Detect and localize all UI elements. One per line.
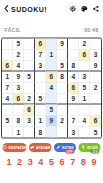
cell-r4c6[interactable]: 8 [57,72,68,83]
numpad-6[interactable]: 6 [60,156,65,168]
cell-r4c9[interactable] [90,72,101,83]
cell-r5c6[interactable] [57,83,68,94]
cell-r1c7[interactable] [68,39,79,50]
status-row: FÁCIL 00:48 [0,27,103,33]
actions-bar: DESFAZER APAGAR NOTAS OFF DICAS 219 [0,143,103,152]
cell-r3c3[interactable] [24,61,35,72]
cell-r5c2[interactable]: 3 [13,83,24,94]
cell-r9c1[interactable] [2,127,13,138]
undo-label: DESFAZER [9,146,27,150]
cell-r5c4[interactable] [35,83,46,94]
cell-r1c3[interactable] [24,39,35,50]
cell-r9c8[interactable] [79,127,90,138]
undo-button[interactable]: DESFAZER [3,143,27,152]
cell-r7c5[interactable]: 5 [46,105,57,116]
cell-r9c6[interactable] [57,127,68,138]
cell-r1c4[interactable]: 6 [35,39,46,50]
settings-button[interactable] [69,6,76,13]
cell-r8c2[interactable]: 8 [13,116,24,127]
numpad-1[interactable]: 1 [7,156,12,168]
cell-r8c4[interactable]: 1 [35,116,46,127]
app-title: SUDOKU! [11,6,47,14]
number-pad: 123456789 [0,156,103,168]
cell-r3c5[interactable] [46,61,57,72]
gear-icon [69,5,76,14]
theme-button[interactable] [81,6,88,13]
cell-r4c3[interactable]: 5 [24,72,35,83]
notes-off-badge: OFF [65,150,74,154]
cell-r6c2[interactable]: 6 [13,94,24,105]
numpad-5[interactable]: 5 [49,156,54,168]
cell-r6c5[interactable] [46,94,57,105]
cell-r8c8[interactable]: 4 [79,116,90,127]
cell-r5c7[interactable]: 6 [68,83,79,94]
numpad-8[interactable]: 8 [81,156,86,168]
app-root: SUDOKU! FÁCIL 00:48 56922716364358919568… [0,0,103,183]
cell-r9c7[interactable]: 3 [68,127,79,138]
palette-icon [81,5,88,14]
numpad-3[interactable]: 3 [28,156,33,168]
eraser-icon [30,145,35,150]
cell-r6c8[interactable]: 1 [79,94,90,105]
hints-button[interactable]: DICAS 219 [78,143,100,152]
cell-r8c9[interactable]: 6 [90,116,101,127]
cell-r5c3[interactable] [24,83,35,94]
cell-r1c6[interactable]: 9 [57,39,68,50]
cell-r4c8[interactable]: 3 [79,72,90,83]
cell-r2c2[interactable]: 2 [13,50,24,61]
back-button[interactable] [4,5,9,14]
cell-r6c6[interactable] [57,94,68,105]
cell-r8c5[interactable]: 9 [46,116,57,127]
cell-r9c9[interactable]: 5 [90,127,101,138]
numpad-4[interactable]: 4 [38,156,43,168]
cell-r3c6[interactable]: 5 [57,61,68,72]
cell-r5c9[interactable]: 2 [90,83,101,94]
cell-r7c7[interactable] [68,105,79,116]
cell-r2c9[interactable]: 3 [90,50,101,61]
cell-r9c2[interactable]: 1 [13,127,24,138]
cell-r3c9[interactable]: 9 [90,61,101,72]
numpad-2[interactable]: 2 [17,156,22,168]
cell-r1c2[interactable]: 5 [13,39,24,50]
cell-r4c4[interactable] [35,72,46,83]
cell-r6c9[interactable] [90,94,101,105]
cell-r1c8[interactable]: 2 [79,39,90,50]
hints-count-badge: 219 [91,150,99,154]
cell-r7c9[interactable] [90,105,101,116]
cell-r4c5[interactable]: 6 [46,72,57,83]
cell-r8c7[interactable]: 7 [68,116,79,127]
cell-r7c1[interactable] [2,105,13,116]
cell-r3c1[interactable]: 6 [2,61,13,72]
cell-r5c8[interactable]: 5 [79,83,90,94]
timer-label: 00:48 [84,27,98,33]
cell-r2c6[interactable] [57,50,68,61]
cell-r1c1[interactable] [2,39,13,50]
share-button[interactable] [92,6,99,13]
cell-r6c3[interactable]: 2 [24,94,35,105]
notes-button[interactable]: NOTAS OFF [54,143,76,152]
erase-button[interactable]: APAGAR [29,143,51,152]
cell-r7c4[interactable] [35,105,46,116]
cell-r4c2[interactable]: 9 [13,72,24,83]
cell-r9c5[interactable] [46,127,57,138]
erase-label: APAGAR [36,146,50,150]
lightbulb-icon [81,145,86,150]
difficulty-label: FÁCIL [5,27,21,33]
cell-r7c6[interactable] [57,105,68,116]
cell-r7c3[interactable]: 6 [24,105,35,116]
numpad-7[interactable]: 7 [70,156,75,168]
cell-r5c5[interactable]: 4 [46,83,57,94]
cell-r5c1[interactable]: 7 [2,83,13,94]
cell-r2c3[interactable] [24,50,35,61]
cell-r2c8[interactable]: 6 [79,50,90,61]
cell-r3c8[interactable] [79,61,90,72]
cell-r1c9[interactable] [90,39,101,50]
cell-r2c1[interactable] [2,50,13,61]
nav-bar: SUDOKU! [0,0,103,15]
cell-r1c5[interactable] [46,39,57,50]
cell-r2c5[interactable]: 1 [46,50,57,61]
pencil-icon [56,145,61,150]
cell-r8c3[interactable]: 3 [24,116,35,127]
cell-r6c7[interactable]: 9 [68,94,79,105]
share-icon [92,5,99,14]
cell-r9c4[interactable]: 8 [35,127,46,138]
cell-r3c7[interactable]: 8 [68,61,79,72]
cell-r3c2[interactable]: 4 [13,61,24,72]
chevron-left-icon [4,5,9,14]
cell-r4c1[interactable]: 1 [2,72,13,83]
undo-arrow-icon [3,145,8,150]
cell-r2c7[interactable] [68,50,79,61]
cell-r3c4[interactable]: 3 [35,61,46,72]
cell-r7c2[interactable] [13,105,24,116]
cell-r7c8[interactable] [79,105,90,116]
cell-r9c3[interactable] [24,127,35,138]
cell-r6c4[interactable]: 5 [35,94,46,105]
cell-r2c4[interactable]: 7 [35,50,46,61]
sudoku-board: 5692271636435891956843734652462591655831… [1,38,102,139]
cell-r8c6[interactable]: 2 [57,116,68,127]
numpad-9[interactable]: 9 [91,156,96,168]
cell-r6c1[interactable]: 4 [2,94,13,105]
cell-r4c7[interactable]: 4 [68,72,79,83]
cell-r8c1[interactable]: 5 [2,116,13,127]
